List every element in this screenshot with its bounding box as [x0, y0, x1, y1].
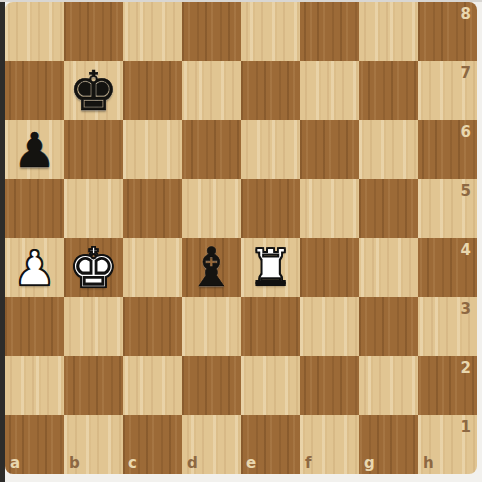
black-bishop[interactable]: ♝ — [182, 238, 241, 297]
square-a1[interactable]: a — [5, 415, 64, 474]
square-e4[interactable]: ♜ — [241, 238, 300, 297]
square-f8[interactable] — [300, 2, 359, 61]
square-d8[interactable] — [182, 2, 241, 61]
square-e2[interactable] — [241, 356, 300, 415]
square-c5[interactable] — [123, 179, 182, 238]
file-label-h: h — [423, 456, 434, 471]
square-d5[interactable] — [182, 179, 241, 238]
file-label-b: b — [69, 456, 80, 471]
square-f3[interactable] — [300, 297, 359, 356]
square-e8[interactable] — [241, 2, 300, 61]
square-d4[interactable]: ♝ — [182, 238, 241, 297]
square-a5[interactable] — [5, 179, 64, 238]
square-a2[interactable] — [5, 356, 64, 415]
rank-label-3: 3 — [461, 302, 471, 317]
square-d7[interactable] — [182, 61, 241, 120]
square-h2[interactable]: 2 — [418, 356, 477, 415]
white-king[interactable]: ♚ — [64, 238, 123, 297]
square-c4[interactable] — [123, 238, 182, 297]
file-label-a: a — [10, 456, 20, 471]
white-rook[interactable]: ♜ — [241, 238, 300, 297]
rank-label-1: 1 — [461, 420, 471, 435]
square-g6[interactable] — [359, 120, 418, 179]
square-a4[interactable]: ♟ — [5, 238, 64, 297]
square-a8[interactable] — [5, 2, 64, 61]
chess-board: 8♚7♟65♟♚♝♜432abcdefg1h — [5, 2, 477, 474]
square-a6[interactable]: ♟ — [5, 120, 64, 179]
square-h6[interactable]: 6 — [418, 120, 477, 179]
square-b3[interactable] — [64, 297, 123, 356]
square-g7[interactable] — [359, 61, 418, 120]
square-f6[interactable] — [300, 120, 359, 179]
square-b1[interactable]: b — [64, 415, 123, 474]
square-g2[interactable] — [359, 356, 418, 415]
file-label-c: c — [128, 456, 137, 471]
square-a3[interactable] — [5, 297, 64, 356]
square-g5[interactable] — [359, 179, 418, 238]
square-b4[interactable]: ♚ — [64, 238, 123, 297]
square-c1[interactable]: c — [123, 415, 182, 474]
square-f2[interactable] — [300, 356, 359, 415]
square-b2[interactable] — [64, 356, 123, 415]
file-label-g: g — [364, 456, 375, 471]
square-g3[interactable] — [359, 297, 418, 356]
square-f5[interactable] — [300, 179, 359, 238]
square-e5[interactable] — [241, 179, 300, 238]
square-b6[interactable] — [64, 120, 123, 179]
file-label-e: e — [246, 456, 256, 471]
square-b8[interactable] — [64, 2, 123, 61]
square-e1[interactable]: e — [241, 415, 300, 474]
file-label-f: f — [305, 456, 312, 471]
square-c2[interactable] — [123, 356, 182, 415]
square-h7[interactable]: 7 — [418, 61, 477, 120]
black-king[interactable]: ♚ — [64, 61, 123, 120]
square-h5[interactable]: 5 — [418, 179, 477, 238]
chess-app-screenshot: 8♚7♟65♟♚♝♜432abcdefg1h — [0, 0, 482, 482]
square-d6[interactable] — [182, 120, 241, 179]
square-h4[interactable]: 4 — [418, 238, 477, 297]
square-g8[interactable] — [359, 2, 418, 61]
square-b7[interactable]: ♚ — [64, 61, 123, 120]
square-f7[interactable] — [300, 61, 359, 120]
square-c6[interactable] — [123, 120, 182, 179]
square-e3[interactable] — [241, 297, 300, 356]
square-c3[interactable] — [123, 297, 182, 356]
square-b5[interactable] — [64, 179, 123, 238]
square-f1[interactable]: f — [300, 415, 359, 474]
rank-label-8: 8 — [461, 7, 471, 22]
square-f4[interactable] — [300, 238, 359, 297]
rank-label-6: 6 — [461, 125, 471, 140]
file-label-d: d — [187, 456, 198, 471]
rank-label-4: 4 — [461, 243, 471, 258]
square-h1[interactable]: 1h — [418, 415, 477, 474]
black-pawn[interactable]: ♟ — [5, 120, 64, 179]
square-e6[interactable] — [241, 120, 300, 179]
rank-label-7: 7 — [461, 66, 471, 81]
square-c7[interactable] — [123, 61, 182, 120]
square-a7[interactable] — [5, 61, 64, 120]
square-d3[interactable] — [182, 297, 241, 356]
square-c8[interactable] — [123, 2, 182, 61]
white-pawn[interactable]: ♟ — [5, 238, 64, 297]
square-e7[interactable] — [241, 61, 300, 120]
square-d1[interactable]: d — [182, 415, 241, 474]
square-g1[interactable]: g — [359, 415, 418, 474]
square-h3[interactable]: 3 — [418, 297, 477, 356]
square-g4[interactable] — [359, 238, 418, 297]
square-d2[interactable] — [182, 356, 241, 415]
square-h8[interactable]: 8 — [418, 2, 477, 61]
rank-label-2: 2 — [461, 361, 471, 376]
rank-label-5: 5 — [461, 184, 471, 199]
